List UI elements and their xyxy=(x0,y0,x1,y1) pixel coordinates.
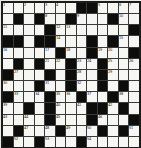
white-cell-r8c8[interactable]: 32 xyxy=(77,81,87,91)
clue-number: 13 xyxy=(66,25,70,29)
clue-number: 43 xyxy=(3,115,7,119)
white-cell-r3c7[interactable]: 13 xyxy=(66,25,76,35)
white-cell-r1c12[interactable]: 6 xyxy=(119,3,129,13)
clue-number: 46 xyxy=(98,115,102,119)
white-cell-r7c6[interactable] xyxy=(56,70,66,80)
black-cell-r9c1 xyxy=(3,92,13,102)
clue-number: 47 xyxy=(24,126,28,130)
clue-number: 42 xyxy=(108,103,112,107)
black-cell-r12c6 xyxy=(56,126,66,136)
white-cell-r2c6[interactable] xyxy=(56,14,66,24)
white-cell-r13c12[interactable] xyxy=(119,137,129,147)
white-cell-r10c11[interactable]: 42 xyxy=(108,103,118,113)
white-cell-r7c4[interactable] xyxy=(35,70,45,80)
black-cell-r10c9 xyxy=(87,103,97,113)
clue-number: 37 xyxy=(87,92,91,96)
clue-number: 52 xyxy=(14,137,18,141)
clue-number: 21 xyxy=(45,59,49,63)
white-cell-r13c6[interactable] xyxy=(56,137,66,147)
white-cell-r1c3[interactable]: 2 xyxy=(24,3,34,13)
white-cell-r11c10[interactable]: 46 xyxy=(98,115,108,125)
clue-number: 31 xyxy=(45,81,49,85)
white-cell-r5c4[interactable] xyxy=(35,48,45,58)
white-cell-r3c11[interactable] xyxy=(108,25,118,35)
white-cell-r11c12[interactable] xyxy=(119,115,129,125)
white-cell-r1c1[interactable]: 1 xyxy=(3,3,13,13)
white-cell-r10c7[interactable] xyxy=(66,103,76,113)
clue-number: 3 xyxy=(45,3,47,7)
white-cell-r11c1[interactable]: 43 xyxy=(3,115,13,125)
white-cell-r4c3[interactable] xyxy=(24,36,34,46)
white-cell-r10c4[interactable] xyxy=(35,103,45,113)
clue-number: 11 xyxy=(3,25,7,29)
white-cell-r9c13[interactable] xyxy=(129,92,139,102)
clue-number: 28 xyxy=(77,70,81,74)
clue-number: 49 xyxy=(66,126,70,130)
black-cell-r12c10 xyxy=(98,126,108,136)
white-cell-r3c6[interactable]: 12 xyxy=(56,25,66,35)
black-cell-r2c2 xyxy=(14,14,24,24)
white-cell-r12c11[interactable] xyxy=(108,126,118,136)
black-cell-r7c10 xyxy=(98,70,108,80)
white-cell-r8c2[interactable] xyxy=(14,81,24,91)
white-cell-r11c3[interactable]: 44 xyxy=(24,115,34,125)
white-cell-r3c10[interactable] xyxy=(98,25,108,35)
white-cell-r10c13[interactable] xyxy=(129,103,139,113)
white-cell-r6c12[interactable] xyxy=(119,59,129,69)
white-cell-r2c8[interactable]: 9 xyxy=(77,14,87,24)
white-cell-r4c13[interactable] xyxy=(129,36,139,46)
white-cell-r3c12[interactable] xyxy=(119,25,129,35)
white-cell-r12c1[interactable] xyxy=(3,126,13,136)
white-cell-r9c7[interactable]: 36 xyxy=(66,92,76,102)
clue-number: 16 xyxy=(3,48,7,52)
black-cell-r4c2 xyxy=(14,36,24,46)
black-cell-r1c9 xyxy=(87,3,97,13)
white-cell-r2c12[interactable]: 10 xyxy=(119,14,129,24)
clue-number: 39 xyxy=(3,103,7,107)
clue-number: 35 xyxy=(56,92,60,96)
white-cell-r6c8[interactable]: 23 xyxy=(77,59,87,69)
white-cell-r1c7[interactable] xyxy=(66,3,76,13)
clue-number: 41 xyxy=(77,103,81,107)
white-cell-r13c13[interactable] xyxy=(129,137,139,147)
white-cell-r9c2[interactable]: 33 xyxy=(14,92,24,102)
white-cell-r6c5[interactable]: 21 xyxy=(45,59,55,69)
black-cell-r8c4 xyxy=(35,81,45,91)
clue-number: 20 xyxy=(108,48,112,52)
black-cell-r10c3 xyxy=(24,103,34,113)
black-cell-r2c7 xyxy=(66,14,76,24)
clue-number: 18 xyxy=(66,48,70,52)
white-cell-r1c11[interactable] xyxy=(108,3,118,13)
white-cell-r8c1[interactable]: 30 xyxy=(3,81,13,91)
white-cell-r3c2[interactable] xyxy=(14,25,24,35)
white-cell-r9c10[interactable] xyxy=(98,92,108,102)
black-cell-r8c10 xyxy=(98,81,108,91)
white-cell-r5c12[interactable] xyxy=(119,48,129,58)
white-cell-r1c10[interactable]: 5 xyxy=(98,3,108,13)
black-cell-r4c5 xyxy=(45,36,55,46)
clue-number: 51 xyxy=(129,126,133,130)
white-cell-r5c7[interactable]: 18 xyxy=(66,48,76,58)
clue-number: 54 xyxy=(87,137,91,141)
black-cell-r6c10 xyxy=(98,59,108,69)
clue-number: 32 xyxy=(77,81,81,85)
white-cell-r9c4[interactable]: 34 xyxy=(35,92,45,102)
white-cell-r12c9[interactable]: 50 xyxy=(87,126,97,136)
clue-number: 14 xyxy=(56,36,60,40)
clue-number: 10 xyxy=(119,14,123,18)
black-cell-r1c8 xyxy=(77,3,87,13)
white-cell-r13c7[interactable] xyxy=(66,137,76,147)
white-cell-r8c11[interactable] xyxy=(108,81,118,91)
black-cell-r13c4 xyxy=(35,137,45,147)
white-cell-r2c5[interactable]: 8 xyxy=(45,14,55,24)
black-cell-r2c4 xyxy=(35,14,45,24)
white-cell-r10c6[interactable]: 40 xyxy=(56,103,66,113)
white-cell-r11c11[interactable] xyxy=(108,115,118,125)
white-cell-r1c13[interactable]: 7 xyxy=(129,3,139,13)
clue-number: 15 xyxy=(119,36,123,40)
white-cell-r9c9[interactable]: 37 xyxy=(87,92,97,102)
crossword-page: 1234567891011121314151617181920212223242… xyxy=(0,0,140,148)
white-cell-r12c7[interactable]: 49 xyxy=(66,126,76,136)
clue-number: 24 xyxy=(87,59,91,63)
white-cell-r6c1[interactable] xyxy=(3,59,13,69)
clue-number: 8 xyxy=(45,14,47,18)
clue-number: 33 xyxy=(14,92,18,96)
clue-number: 53 xyxy=(45,137,49,141)
white-cell-r13c9[interactable]: 54 xyxy=(87,137,97,147)
clue-number: 23 xyxy=(77,59,81,63)
clue-number: 5 xyxy=(98,3,100,7)
black-cell-r9c11 xyxy=(108,92,118,102)
white-cell-r8c6[interactable] xyxy=(56,81,66,91)
clue-number: 19 xyxy=(98,48,102,52)
clue-number: 17 xyxy=(45,48,49,52)
black-cell-r9c5 xyxy=(45,92,55,102)
black-cell-r7c7 xyxy=(66,70,76,80)
white-cell-r12c8[interactable] xyxy=(77,126,87,136)
black-cell-r5c13 xyxy=(129,48,139,58)
clue-number: 25 xyxy=(108,59,112,63)
clue-number: 29 xyxy=(108,70,112,74)
clue-number: 9 xyxy=(77,14,79,18)
white-cell-r7c8[interactable]: 28 xyxy=(77,70,87,80)
white-cell-r8c13[interactable] xyxy=(129,81,139,91)
white-cell-r8c3[interactable] xyxy=(24,81,34,91)
white-cell-r9c6[interactable]: 35 xyxy=(56,92,66,102)
white-cell-r5c5[interactable]: 17 xyxy=(45,48,55,58)
white-cell-r13c11[interactable] xyxy=(108,137,118,147)
white-cell-r5c2[interactable] xyxy=(14,48,24,58)
black-cell-r11c13 xyxy=(129,115,139,125)
clue-number: 12 xyxy=(56,25,60,29)
black-cell-r4c1 xyxy=(3,36,13,46)
black-cell-r10c5 xyxy=(45,103,55,113)
white-cell-r2c10[interactable] xyxy=(98,14,108,24)
white-cell-r11c8[interactable] xyxy=(77,115,87,125)
black-cell-r11c9 xyxy=(87,115,97,125)
white-cell-r3c8[interactable] xyxy=(77,25,87,35)
white-cell-r12c4[interactable] xyxy=(35,126,45,136)
white-cell-r5c10[interactable]: 19 xyxy=(98,48,108,58)
black-cell-r11c5 xyxy=(45,115,55,125)
white-cell-r7c13[interactable] xyxy=(129,70,139,80)
white-cell-r3c3[interactable] xyxy=(24,25,34,35)
black-cell-r5c6 xyxy=(56,48,66,58)
white-cell-r4c6[interactable]: 14 xyxy=(56,36,66,46)
clue-number: 27 xyxy=(14,70,18,74)
white-cell-r11c6[interactable]: 45 xyxy=(56,115,66,125)
white-cell-r8c9[interactable] xyxy=(87,81,97,91)
white-cell-r13c2[interactable]: 52 xyxy=(14,137,24,147)
white-cell-r5c1[interactable]: 16 xyxy=(3,48,13,58)
black-cell-r3c13 xyxy=(129,25,139,35)
clue-number: 36 xyxy=(66,92,70,96)
black-cell-r5c9 xyxy=(87,48,97,58)
white-cell-r1c6[interactable]: 4 xyxy=(56,3,66,13)
black-cell-r6c4 xyxy=(35,59,45,69)
black-cell-r10c12 xyxy=(119,103,129,113)
white-cell-r6c6[interactable]: 22 xyxy=(56,59,66,69)
white-cell-r1c5[interactable]: 3 xyxy=(45,3,55,13)
black-cell-r13c1 xyxy=(3,137,13,147)
black-cell-r12c12 xyxy=(119,126,129,136)
clue-number: 22 xyxy=(56,59,60,63)
clue-number: 26 xyxy=(129,59,133,63)
black-cell-r12c2 xyxy=(14,126,24,136)
white-cell-r12c5[interactable]: 48 xyxy=(45,126,55,136)
white-cell-r10c1[interactable]: 39 xyxy=(3,103,13,113)
white-cell-r3c9[interactable] xyxy=(87,25,97,35)
white-cell-r9c12[interactable]: 38 xyxy=(119,92,129,102)
white-cell-r13c5[interactable]: 53 xyxy=(45,137,55,147)
white-cell-r4c12[interactable]: 15 xyxy=(119,36,129,46)
black-cell-r10c10 xyxy=(98,103,108,113)
white-cell-r7c11[interactable]: 29 xyxy=(108,70,118,80)
white-cell-r11c4[interactable] xyxy=(35,115,45,125)
black-cell-r9c8 xyxy=(77,92,87,102)
crossword-grid: 1234567891011121314151617181920212223242… xyxy=(1,1,141,148)
white-cell-r10c8[interactable]: 41 xyxy=(77,103,87,113)
clue-number: 30 xyxy=(3,81,7,85)
white-cell-r7c12[interactable] xyxy=(119,70,129,80)
black-cell-r8c7 xyxy=(66,81,76,91)
black-cell-r4c4 xyxy=(35,36,45,46)
black-cell-r6c7 xyxy=(66,59,76,69)
black-cell-r3c5 xyxy=(45,25,55,35)
white-cell-r1c4[interactable] xyxy=(35,3,45,13)
black-cell-r13c8 xyxy=(77,137,87,147)
white-cell-r2c3[interactable] xyxy=(24,14,34,24)
clue-number: 1 xyxy=(3,3,5,7)
white-cell-r11c2[interactable] xyxy=(14,115,24,125)
white-cell-r13c10[interactable] xyxy=(98,137,108,147)
white-cell-r12c13[interactable]: 51 xyxy=(129,126,139,136)
white-cell-r1c2[interactable] xyxy=(14,3,24,13)
white-cell-r5c3[interactable] xyxy=(24,48,34,58)
white-cell-r8c5[interactable]: 31 xyxy=(45,81,55,91)
black-cell-r4c11 xyxy=(108,36,118,46)
clue-number: 34 xyxy=(35,92,39,96)
white-cell-r13c3[interactable] xyxy=(24,137,34,147)
clue-number: 48 xyxy=(45,126,49,130)
clue-number: 40 xyxy=(56,103,60,107)
white-cell-r5c8[interactable] xyxy=(77,48,87,58)
white-cell-r3c4[interactable] xyxy=(35,25,45,35)
white-cell-r7c9[interactable] xyxy=(87,70,97,80)
black-cell-r6c2 xyxy=(14,59,24,69)
clue-number: 7 xyxy=(129,3,131,7)
white-cell-r4c10[interactable] xyxy=(98,36,108,46)
white-cell-r2c9[interactable] xyxy=(87,14,97,24)
clue-number: 4 xyxy=(56,3,58,7)
clue-number: 50 xyxy=(87,126,91,130)
white-cell-r11c7[interactable] xyxy=(66,115,76,125)
black-cell-r7c1 xyxy=(3,70,13,80)
white-cell-r12c3[interactable]: 47 xyxy=(24,126,34,136)
white-cell-r6c11[interactable]: 25 xyxy=(108,59,118,69)
clue-number: 45 xyxy=(56,115,60,119)
black-cell-r7c5 xyxy=(45,70,55,80)
white-cell-r6c13[interactable]: 26 xyxy=(129,59,139,69)
white-cell-r10c2[interactable] xyxy=(14,103,24,113)
black-cell-r8c12 xyxy=(119,81,129,91)
clue-number: 2 xyxy=(24,3,26,7)
white-cell-r2c13[interactable] xyxy=(129,14,139,24)
white-cell-r6c3[interactable] xyxy=(24,59,34,69)
white-cell-r7c3[interactable] xyxy=(24,70,34,80)
black-cell-r2c11 xyxy=(108,14,118,24)
clue-number: 38 xyxy=(119,92,123,96)
white-cell-r7c2[interactable]: 27 xyxy=(14,70,24,80)
white-cell-r2c1[interactable] xyxy=(3,14,13,24)
clue-number: 44 xyxy=(24,115,28,119)
white-cell-r6c9[interactable]: 24 xyxy=(87,59,97,69)
white-cell-r9c3[interactable] xyxy=(24,92,34,102)
white-cell-r4c8[interactable] xyxy=(77,36,87,46)
white-cell-r4c7[interactable] xyxy=(66,36,76,46)
clue-number: 6 xyxy=(119,3,121,7)
white-cell-r5c11[interactable]: 20 xyxy=(108,48,118,58)
black-cell-r4c9 xyxy=(87,36,97,46)
white-cell-r3c1[interactable]: 11 xyxy=(3,25,13,35)
